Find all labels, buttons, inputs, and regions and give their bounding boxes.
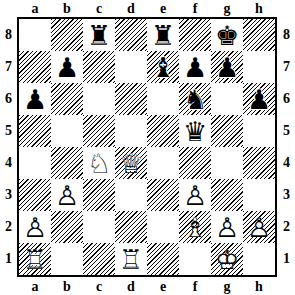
square-e2[interactable] — [147, 211, 179, 243]
rank-label-2: 2 — [278, 211, 295, 243]
square-a4[interactable] — [19, 147, 51, 179]
black-king-icon: ♚ — [211, 19, 243, 51]
white-knight-fill-icon: ♞ — [83, 147, 115, 179]
square-d3[interactable] — [115, 179, 147, 211]
white-pawn-g2[interactable]: ♟♙ — [211, 211, 243, 243]
white-rook-fill-icon: ♜ — [115, 243, 147, 275]
square-b8[interactable] — [51, 19, 83, 51]
square-e4[interactable] — [147, 147, 179, 179]
white-pawn-a2[interactable]: ♟♙ — [19, 211, 51, 243]
white-rook-icon: ♖ — [19, 243, 51, 275]
white-king-fill-icon: ♚ — [211, 243, 243, 275]
square-g7[interactable]: ♟ — [211, 51, 243, 83]
white-king-g1[interactable]: ♚♔ — [211, 243, 243, 275]
white-king-icon: ♔ — [211, 243, 243, 275]
square-c5[interactable] — [83, 115, 115, 147]
black-bishop-icon: ♝ — [147, 51, 179, 83]
rank-label-5: 5 — [0, 115, 17, 147]
white-pawn-fill-icon: ♟ — [243, 211, 275, 243]
square-d1[interactable]: ♜♖ — [115, 243, 147, 275]
rank-label-3: 3 — [278, 179, 295, 211]
white-pawn-f3[interactable]: ♟♙ — [179, 179, 211, 211]
white-rook-a1[interactable]: ♜♖ — [19, 243, 51, 275]
square-f8[interactable] — [179, 19, 211, 51]
square-f6[interactable]: ♞ — [179, 83, 211, 115]
square-c7[interactable] — [83, 51, 115, 83]
white-pawn-fill-icon: ♟ — [179, 179, 211, 211]
square-a5[interactable] — [19, 115, 51, 147]
black-pawn-icon: ♟ — [19, 83, 51, 115]
file-labels-bottom: abcdefgh — [19, 278, 275, 295]
square-e3[interactable] — [147, 179, 179, 211]
square-c4[interactable]: ♞♘ — [83, 147, 115, 179]
square-c1[interactable] — [83, 243, 115, 275]
rank-label-4: 4 — [278, 147, 295, 179]
file-label-b: b — [51, 0, 83, 17]
file-label-a: a — [19, 0, 51, 17]
white-bishop-icon: ♗ — [179, 211, 211, 243]
white-rook-fill-icon: ♜ — [19, 243, 51, 275]
square-h8[interactable] — [243, 19, 275, 51]
square-a2[interactable]: ♟♙ — [19, 211, 51, 243]
square-h4[interactable] — [243, 147, 275, 179]
black-rook-icon: ♜ — [83, 19, 115, 51]
square-a8[interactable] — [19, 19, 51, 51]
white-pawn-h2[interactable]: ♟♙ — [243, 211, 275, 243]
white-pawn-icon: ♙ — [19, 211, 51, 243]
chess-board: ♜♜♚♟♝♟♟♟♞♟♛♞♘♛♕♟♙♟♙♟♙♝♗♟♙♟♙♜♖♜♖♚♔ — [17, 17, 277, 277]
white-rook-icon: ♖ — [115, 243, 147, 275]
file-label-e: e — [147, 0, 179, 17]
rank-label-6: 6 — [0, 83, 17, 115]
square-c6[interactable] — [83, 83, 115, 115]
square-h3[interactable] — [243, 179, 275, 211]
square-h1[interactable] — [243, 243, 275, 275]
black-knight-f6[interactable]: ♞ — [179, 83, 211, 115]
white-queen-icon: ♕ — [115, 147, 147, 179]
file-label-d: d — [115, 278, 147, 295]
file-label-h: h — [243, 0, 275, 17]
black-pawn-icon: ♟ — [243, 83, 275, 115]
file-label-d: d — [115, 0, 147, 17]
square-g1[interactable]: ♚♔ — [211, 243, 243, 275]
square-b4[interactable] — [51, 147, 83, 179]
square-f5[interactable]: ♛ — [179, 115, 211, 147]
square-h6[interactable]: ♟ — [243, 83, 275, 115]
square-c3[interactable] — [83, 179, 115, 211]
square-b7[interactable]: ♟ — [51, 51, 83, 83]
square-b6[interactable] — [51, 83, 83, 115]
rank-label-6: 6 — [278, 83, 295, 115]
square-d7[interactable] — [115, 51, 147, 83]
square-g6[interactable] — [211, 83, 243, 115]
rank-labels-left: 87654321 — [0, 19, 17, 275]
square-f2[interactable]: ♝♗ — [179, 211, 211, 243]
white-pawn-fill-icon: ♟ — [19, 211, 51, 243]
square-e5[interactable] — [147, 115, 179, 147]
white-pawn-icon: ♙ — [51, 179, 83, 211]
rank-label-7: 7 — [278, 51, 295, 83]
file-label-b: b — [51, 278, 83, 295]
file-label-f: f — [179, 0, 211, 17]
file-label-g: g — [211, 278, 243, 295]
file-label-c: c — [83, 278, 115, 295]
black-pawn-icon: ♟ — [211, 51, 243, 83]
rank-label-1: 1 — [0, 243, 17, 275]
square-b2[interactable] — [51, 211, 83, 243]
white-knight-icon: ♘ — [83, 147, 115, 179]
square-d6[interactable] — [115, 83, 147, 115]
square-b5[interactable] — [51, 115, 83, 147]
white-pawn-icon: ♙ — [179, 179, 211, 211]
square-d4[interactable]: ♛♕ — [115, 147, 147, 179]
square-c2[interactable] — [83, 211, 115, 243]
rank-labels-right: 87654321 — [278, 19, 295, 275]
black-king-g8[interactable]: ♚ — [211, 19, 243, 51]
black-pawn-f7[interactable]: ♟ — [179, 51, 211, 83]
square-f3[interactable]: ♟♙ — [179, 179, 211, 211]
file-label-g: g — [211, 0, 243, 17]
square-d2[interactable] — [115, 211, 147, 243]
file-label-f: f — [179, 278, 211, 295]
white-pawn-icon: ♙ — [211, 211, 243, 243]
square-f7[interactable]: ♟ — [179, 51, 211, 83]
white-pawn-fill-icon: ♟ — [211, 211, 243, 243]
white-queen-fill-icon: ♛ — [115, 147, 147, 179]
square-e1[interactable] — [147, 243, 179, 275]
rank-label-3: 3 — [0, 179, 17, 211]
black-rook-icon: ♜ — [147, 19, 179, 51]
rank-label-8: 8 — [278, 19, 295, 51]
square-g5[interactable] — [211, 115, 243, 147]
white-pawn-fill-icon: ♟ — [51, 179, 83, 211]
square-h7[interactable] — [243, 51, 275, 83]
square-f4[interactable] — [179, 147, 211, 179]
file-label-h: h — [243, 278, 275, 295]
square-c8[interactable]: ♜ — [83, 19, 115, 51]
white-pawn-b3[interactable]: ♟♙ — [51, 179, 83, 211]
rank-label-2: 2 — [0, 211, 17, 243]
black-queen-icon: ♛ — [179, 115, 211, 147]
file-label-e: e — [147, 278, 179, 295]
black-bishop-e7[interactable]: ♝ — [147, 51, 179, 83]
rank-label-8: 8 — [0, 19, 17, 51]
white-bishop-f2[interactable]: ♝♗ — [179, 211, 211, 243]
square-e7[interactable]: ♝ — [147, 51, 179, 83]
square-a1[interactable]: ♜♖ — [19, 243, 51, 275]
square-d5[interactable] — [115, 115, 147, 147]
square-f1[interactable] — [179, 243, 211, 275]
black-pawn-icon: ♟ — [179, 51, 211, 83]
black-queen-f5[interactable]: ♛ — [179, 115, 211, 147]
chess-diagram: abcdefgh abcdefgh 87654321 87654321 ♜♜♚♟… — [0, 0, 295, 295]
square-h2[interactable]: ♟♙ — [243, 211, 275, 243]
file-label-a: a — [19, 278, 51, 295]
white-bishop-fill-icon: ♝ — [179, 211, 211, 243]
white-pawn-icon: ♙ — [243, 211, 275, 243]
square-e8[interactable]: ♜ — [147, 19, 179, 51]
black-rook-c8[interactable]: ♜ — [83, 19, 115, 51]
black-rook-e8[interactable]: ♜ — [147, 19, 179, 51]
square-a3[interactable] — [19, 179, 51, 211]
square-g2[interactable]: ♟♙ — [211, 211, 243, 243]
square-b1[interactable] — [51, 243, 83, 275]
square-g8[interactable]: ♚ — [211, 19, 243, 51]
square-h5[interactable] — [243, 115, 275, 147]
black-pawn-a6[interactable]: ♟ — [19, 83, 51, 115]
square-a6[interactable]: ♟ — [19, 83, 51, 115]
white-knight-c4[interactable]: ♞♘ — [83, 147, 115, 179]
square-e6[interactable] — [147, 83, 179, 115]
rank-label-5: 5 — [278, 115, 295, 147]
rank-label-1: 1 — [278, 243, 295, 275]
file-labels-top: abcdefgh — [19, 0, 275, 17]
black-pawn-g7[interactable]: ♟ — [211, 51, 243, 83]
file-label-c: c — [83, 0, 115, 17]
white-queen-d4[interactable]: ♛♕ — [115, 147, 147, 179]
black-knight-icon: ♞ — [179, 83, 211, 115]
square-g4[interactable] — [211, 147, 243, 179]
rank-label-4: 4 — [0, 147, 17, 179]
square-d8[interactable] — [115, 19, 147, 51]
rank-label-7: 7 — [0, 51, 17, 83]
black-pawn-icon: ♟ — [51, 51, 83, 83]
square-a7[interactable] — [19, 51, 51, 83]
white-rook-d1[interactable]: ♜♖ — [115, 243, 147, 275]
square-b3[interactable]: ♟♙ — [51, 179, 83, 211]
black-pawn-h6[interactable]: ♟ — [243, 83, 275, 115]
black-pawn-b7[interactable]: ♟ — [51, 51, 83, 83]
square-g3[interactable] — [211, 179, 243, 211]
